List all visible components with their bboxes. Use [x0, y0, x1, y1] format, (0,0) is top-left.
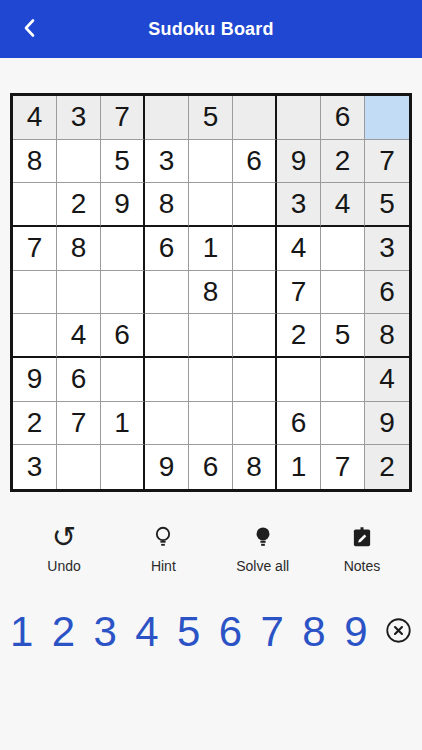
numpad-digit-9[interactable]: 9	[343, 611, 368, 653]
sudoku-cell-r9c2[interactable]	[57, 445, 101, 489]
sudoku-cell-r1c3[interactable]: 7	[101, 96, 145, 140]
sudoku-cell-r4c2[interactable]: 8	[57, 227, 101, 271]
numpad-digit-5[interactable]: 5	[176, 611, 201, 653]
sudoku-cell-r1c4[interactable]	[145, 96, 189, 140]
sudoku-cell-r7c5[interactable]	[189, 358, 233, 402]
solve-all-label: Solve all	[236, 558, 289, 574]
sudoku-cell-r7c7[interactable]	[277, 358, 321, 402]
sudoku-cell-r3c5[interactable]	[189, 183, 233, 227]
sudoku-cell-r7c1[interactable]: 9	[13, 358, 57, 402]
numpad-digit-2[interactable]: 2	[51, 611, 76, 653]
sudoku-cell-r2c1[interactable]: 8	[13, 140, 57, 184]
sudoku-cell-r3c6[interactable]	[233, 183, 277, 227]
sudoku-cell-r5c1[interactable]	[13, 271, 57, 315]
sudoku-cell-r1c5[interactable]: 5	[189, 96, 233, 140]
sudoku-cell-r2c7[interactable]: 9	[277, 140, 321, 184]
sudoku-cell-r8c4[interactable]	[145, 402, 189, 446]
sudoku-cell-r8c7[interactable]: 6	[277, 402, 321, 446]
sudoku-cell-r4c1[interactable]: 7	[13, 227, 57, 271]
sudoku-cell-r3c8[interactable]: 4	[321, 183, 365, 227]
sudoku-cell-r4c6[interactable]	[233, 227, 277, 271]
sudoku-cell-r7c4[interactable]	[145, 358, 189, 402]
sudoku-cell-r5c3[interactable]	[101, 271, 145, 315]
hint-button[interactable]: Hint	[123, 510, 203, 585]
sudoku-app-screen: Sudoku Board 437568536927298345786143876…	[0, 0, 422, 750]
numpad-digit-4[interactable]: 4	[134, 611, 159, 653]
sudoku-cell-r8c8[interactable]	[321, 402, 365, 446]
sudoku-cell-r6c1[interactable]	[13, 314, 57, 358]
sudoku-cell-r9c4[interactable]: 9	[145, 445, 189, 489]
sudoku-cell-r8c3[interactable]: 1	[101, 402, 145, 446]
sudoku-cell-r7c6[interactable]	[233, 358, 277, 402]
sudoku-cell-r8c9[interactable]: 9	[365, 402, 409, 446]
sudoku-cell-r5c9[interactable]: 6	[365, 271, 409, 315]
sudoku-cell-r9c8[interactable]: 7	[321, 445, 365, 489]
sudoku-cell-r9c9[interactable]: 2	[365, 445, 409, 489]
sudoku-cell-r6c7[interactable]: 2	[277, 314, 321, 358]
numpad-digit-7[interactable]: 7	[260, 611, 285, 653]
sudoku-cell-r9c1[interactable]: 3	[13, 445, 57, 489]
sudoku-cell-r4c7[interactable]: 4	[277, 227, 321, 271]
sudoku-cell-r8c1[interactable]: 2	[13, 402, 57, 446]
sudoku-cell-r7c3[interactable]	[101, 358, 145, 402]
sudoku-cell-r7c2[interactable]: 6	[57, 358, 101, 402]
sudoku-cell-r5c4[interactable]	[145, 271, 189, 315]
app-header: Sudoku Board	[0, 0, 422, 58]
sudoku-cell-r1c9[interactable]	[365, 96, 409, 140]
hint-label: Hint	[151, 558, 176, 574]
sudoku-cell-r3c4[interactable]: 8	[145, 183, 189, 227]
chevron-left-icon	[18, 16, 42, 43]
sudoku-cell-r3c9[interactable]: 5	[365, 183, 409, 227]
sudoku-cell-r1c6[interactable]	[233, 96, 277, 140]
sudoku-cell-r4c4[interactable]: 6	[145, 227, 189, 271]
sudoku-cell-r3c7[interactable]: 3	[277, 183, 321, 227]
sudoku-cell-r8c5[interactable]	[189, 402, 233, 446]
sudoku-cell-r8c2[interactable]: 7	[57, 402, 101, 446]
sudoku-cell-r9c3[interactable]	[101, 445, 145, 489]
sudoku-cell-r2c2[interactable]	[57, 140, 101, 184]
sudoku-cell-r3c3[interactable]: 9	[101, 183, 145, 227]
page-title: Sudoku Board	[0, 19, 422, 40]
numpad-digit-1[interactable]: 1	[9, 611, 34, 653]
sudoku-cell-r9c5[interactable]: 6	[189, 445, 233, 489]
sudoku-cell-r5c7[interactable]: 7	[277, 271, 321, 315]
sudoku-cell-r5c8[interactable]	[321, 271, 365, 315]
sudoku-board: 4375685369272983457861438764625896427169…	[10, 93, 412, 492]
numpad-digit-6[interactable]: 6	[218, 611, 243, 653]
sudoku-cell-r6c8[interactable]: 5	[321, 314, 365, 358]
sudoku-cell-r6c2[interactable]: 4	[57, 314, 101, 358]
undo-button[interactable]: ↺ Undo	[24, 510, 104, 585]
erase-button[interactable]	[385, 617, 412, 647]
sudoku-cell-r4c9[interactable]: 3	[365, 227, 409, 271]
sudoku-cell-r1c1[interactable]: 4	[13, 96, 57, 140]
lightbulb-filled-icon	[250, 523, 276, 551]
notes-button[interactable]: Notes	[322, 510, 402, 585]
circle-x-icon	[385, 617, 412, 647]
sudoku-cell-r9c6[interactable]: 8	[233, 445, 277, 489]
sudoku-cell-r6c9[interactable]: 8	[365, 314, 409, 358]
sudoku-cell-r2c6[interactable]: 6	[233, 140, 277, 184]
sudoku-cell-r1c7[interactable]	[277, 96, 321, 140]
note-pencil-icon	[349, 523, 375, 551]
notes-label: Notes	[344, 558, 381, 574]
sudoku-cell-r3c1[interactable]	[13, 183, 57, 227]
undo-icon: ↺	[52, 523, 76, 551]
sudoku-cell-r2c5[interactable]	[189, 140, 233, 184]
lightbulb-outline-icon	[150, 523, 176, 551]
numpad-digit-3[interactable]: 3	[93, 611, 118, 653]
sudoku-cell-r2c4[interactable]: 3	[145, 140, 189, 184]
sudoku-cell-r7c8[interactable]	[321, 358, 365, 402]
sudoku-cell-r9c7[interactable]: 1	[277, 445, 321, 489]
sudoku-cell-r2c3[interactable]: 5	[101, 140, 145, 184]
sudoku-cell-r4c5[interactable]: 1	[189, 227, 233, 271]
sudoku-cell-r1c8[interactable]: 6	[321, 96, 365, 140]
sudoku-cell-r6c5[interactable]	[189, 314, 233, 358]
back-button[interactable]	[8, 0, 52, 58]
sudoku-cell-r7c9[interactable]: 4	[365, 358, 409, 402]
sudoku-cell-r2c8[interactable]: 2	[321, 140, 365, 184]
sudoku-cell-r1c2[interactable]: 3	[57, 96, 101, 140]
sudoku-cell-r6c3[interactable]: 6	[101, 314, 145, 358]
sudoku-cell-r6c6[interactable]	[233, 314, 277, 358]
undo-label: Undo	[47, 558, 80, 574]
toolbar: ↺ Undo Hint Solve all	[0, 510, 422, 585]
sudoku-cell-r6c4[interactable]	[145, 314, 189, 358]
sudoku-cell-r8c6[interactable]	[233, 402, 277, 446]
sudoku-cell-r5c6[interactable]	[233, 271, 277, 315]
solve-all-button[interactable]: Solve all	[223, 510, 303, 585]
sudoku-cell-r5c2[interactable]	[57, 271, 101, 315]
numpad-digit-8[interactable]: 8	[301, 611, 326, 653]
sudoku-cell-r4c8[interactable]	[321, 227, 365, 271]
sudoku-cell-r3c2[interactable]: 2	[57, 183, 101, 227]
number-pad: 123456789	[0, 598, 422, 666]
sudoku-cell-r4c3[interactable]	[101, 227, 145, 271]
sudoku-cell-r2c9[interactable]: 7	[365, 140, 409, 184]
sudoku-cell-r5c5[interactable]: 8	[189, 271, 233, 315]
